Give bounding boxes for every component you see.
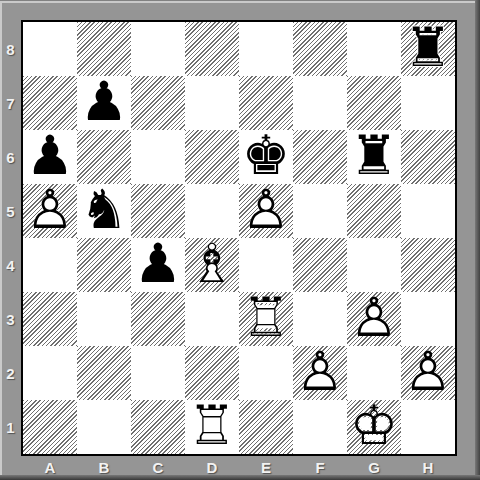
rank-label-5: 5 <box>0 184 21 238</box>
square-b7[interactable]: ♟ <box>77 76 131 130</box>
square-h7[interactable] <box>401 76 455 130</box>
square-c4[interactable]: ♟ <box>131 238 185 292</box>
square-h4[interactable] <box>401 238 455 292</box>
square-g4[interactable] <box>347 238 401 292</box>
file-label-a: A <box>23 456 77 479</box>
square-h2[interactable]: ♟♙ <box>401 346 455 400</box>
rank-label-2: 2 <box>0 346 21 400</box>
square-b2[interactable] <box>77 346 131 400</box>
file-label-e: E <box>239 456 293 479</box>
white-pawn-outline-glyph: ♙ <box>404 345 452 399</box>
file-label-d: D <box>185 456 239 479</box>
square-g8[interactable] <box>347 22 401 76</box>
square-g3[interactable]: ♟♙ <box>347 292 401 346</box>
black-pawn-glyph: ♟ <box>80 75 128 129</box>
square-g5[interactable] <box>347 184 401 238</box>
black-rook[interactable]: ♜ <box>401 22 455 76</box>
square-d5[interactable] <box>185 184 239 238</box>
white-rook-outline-glyph: ♖ <box>188 399 236 453</box>
white-bishop[interactable]: ♝♗ <box>185 238 239 292</box>
black-pawn[interactable]: ♟ <box>23 130 77 184</box>
square-c7[interactable] <box>131 76 185 130</box>
square-c1[interactable] <box>131 400 185 454</box>
file-label-h: H <box>401 456 455 479</box>
square-f4[interactable] <box>293 238 347 292</box>
white-bishop-outline-glyph: ♗ <box>188 237 236 291</box>
square-c5[interactable] <box>131 184 185 238</box>
file-label-g: G <box>347 456 401 479</box>
rank-label-1: 1 <box>0 400 21 454</box>
black-pawn[interactable]: ♟ <box>77 76 131 130</box>
white-rook-outline-glyph: ♖ <box>242 291 290 345</box>
square-h6[interactable] <box>401 130 455 184</box>
rank-label-8: 8 <box>0 22 21 76</box>
square-c2[interactable] <box>131 346 185 400</box>
rank-label-3: 3 <box>0 292 21 346</box>
square-e7[interactable] <box>239 76 293 130</box>
square-a3[interactable] <box>23 292 77 346</box>
square-f2[interactable]: ♟♙ <box>293 346 347 400</box>
square-b1[interactable] <box>77 400 131 454</box>
square-h5[interactable] <box>401 184 455 238</box>
square-f6[interactable] <box>293 130 347 184</box>
black-rook-glyph: ♜ <box>404 21 452 75</box>
black-king[interactable]: ♚ <box>239 130 293 184</box>
square-d8[interactable] <box>185 22 239 76</box>
square-f5[interactable] <box>293 184 347 238</box>
square-e5[interactable]: ♟♙ <box>239 184 293 238</box>
white-rook[interactable]: ♜♖ <box>185 400 239 454</box>
white-pawn[interactable]: ♟♙ <box>401 346 455 400</box>
square-g7[interactable] <box>347 76 401 130</box>
white-pawn-outline-glyph: ♙ <box>296 345 344 399</box>
square-g2[interactable] <box>347 346 401 400</box>
white-pawn[interactable]: ♟♙ <box>23 184 77 238</box>
rank-label-7: 7 <box>0 76 21 130</box>
square-h1[interactable] <box>401 400 455 454</box>
square-a8[interactable] <box>23 22 77 76</box>
square-b3[interactable] <box>77 292 131 346</box>
square-h8[interactable]: ♜ <box>401 22 455 76</box>
black-knight[interactable]: ♞ <box>77 184 131 238</box>
square-b6[interactable] <box>77 130 131 184</box>
square-d2[interactable] <box>185 346 239 400</box>
rank-labels: 87654321 <box>0 22 21 454</box>
white-pawn[interactable]: ♟♙ <box>347 292 401 346</box>
black-pawn[interactable]: ♟ <box>131 238 185 292</box>
file-label-f: F <box>293 456 347 479</box>
frame-highlight-top <box>0 1 480 3</box>
file-label-b: B <box>77 456 131 479</box>
white-king[interactable]: ♚♔ <box>347 400 401 454</box>
black-rook[interactable]: ♜ <box>347 130 401 184</box>
square-g1[interactable]: ♚♔ <box>347 400 401 454</box>
white-king-outline-glyph: ♔ <box>350 399 398 453</box>
white-pawn-outline-glyph: ♙ <box>242 183 290 237</box>
square-b5[interactable]: ♞ <box>77 184 131 238</box>
square-f3[interactable] <box>293 292 347 346</box>
square-d1[interactable]: ♜♖ <box>185 400 239 454</box>
white-pawn[interactable]: ♟♙ <box>293 346 347 400</box>
frame-shadow-right <box>475 0 480 480</box>
rank-label-6: 6 <box>0 130 21 184</box>
white-rook[interactable]: ♜♖ <box>239 292 293 346</box>
black-king-glyph: ♚ <box>242 129 290 183</box>
white-pawn[interactable]: ♟♙ <box>239 184 293 238</box>
square-d6[interactable] <box>185 130 239 184</box>
square-a2[interactable] <box>23 346 77 400</box>
square-f8[interactable] <box>293 22 347 76</box>
square-b8[interactable] <box>77 22 131 76</box>
file-label-c: C <box>131 456 185 479</box>
white-pawn-outline-glyph: ♙ <box>26 183 74 237</box>
chess-diagram: 87654321 ABCDEFGH ♜♟♟♚♜♟♙♞♟♙♟♝♗♜♖♟♙♟♙♟♙♜… <box>0 0 480 480</box>
square-h3[interactable] <box>401 292 455 346</box>
square-b4[interactable] <box>77 238 131 292</box>
square-e8[interactable] <box>239 22 293 76</box>
square-a4[interactable] <box>23 238 77 292</box>
square-c3[interactable] <box>131 292 185 346</box>
square-d3[interactable] <box>185 292 239 346</box>
square-c8[interactable] <box>131 22 185 76</box>
square-c6[interactable] <box>131 130 185 184</box>
chess-board: ♜♟♟♚♜♟♙♞♟♙♟♝♗♜♖♟♙♟♙♟♙♜♖♚♔ <box>21 20 457 456</box>
square-a5[interactable]: ♟♙ <box>23 184 77 238</box>
black-knight-glyph: ♞ <box>80 183 128 237</box>
square-d4[interactable]: ♝♗ <box>185 238 239 292</box>
square-e1[interactable] <box>239 400 293 454</box>
square-e3[interactable]: ♜♖ <box>239 292 293 346</box>
square-e4[interactable] <box>239 238 293 292</box>
square-e6[interactable]: ♚ <box>239 130 293 184</box>
square-d7[interactable] <box>185 76 239 130</box>
black-pawn-glyph: ♟ <box>26 129 74 183</box>
square-a7[interactable] <box>23 76 77 130</box>
white-pawn-outline-glyph: ♙ <box>350 291 398 345</box>
square-e2[interactable] <box>239 346 293 400</box>
rank-label-4: 4 <box>0 238 21 292</box>
file-labels: ABCDEFGH <box>23 456 455 479</box>
square-f7[interactable] <box>293 76 347 130</box>
square-a1[interactable] <box>23 400 77 454</box>
black-rook-glyph: ♜ <box>350 129 398 183</box>
square-a6[interactable]: ♟ <box>23 130 77 184</box>
black-pawn-glyph: ♟ <box>134 237 182 291</box>
square-f1[interactable] <box>293 400 347 454</box>
square-g6[interactable]: ♜ <box>347 130 401 184</box>
